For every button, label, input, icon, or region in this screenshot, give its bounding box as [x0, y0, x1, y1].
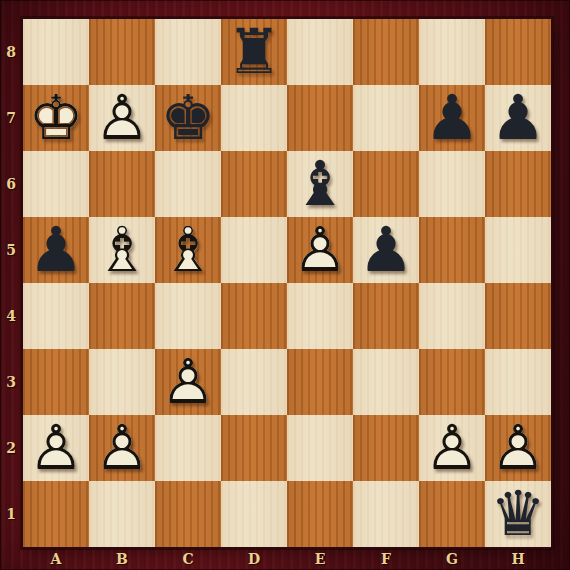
piece-white-pawn[interactable]: ♟♙: [155, 349, 221, 415]
file-label-f: F: [353, 549, 419, 569]
rank-label-7: 7: [0, 85, 22, 151]
square-e4[interactable]: [287, 283, 353, 349]
square-g2[interactable]: ♟♙: [419, 415, 485, 481]
rank-label-6: 6: [0, 151, 22, 217]
white-pawn-outline: ♙: [89, 85, 155, 151]
rank-label-1: 1: [0, 481, 22, 547]
square-h4[interactable]: [485, 283, 551, 349]
piece-black-queen[interactable]: ♛: [485, 481, 551, 547]
square-d2[interactable]: [221, 415, 287, 481]
square-e8[interactable]: [287, 19, 353, 85]
square-g3[interactable]: [419, 349, 485, 415]
square-b3[interactable]: [89, 349, 155, 415]
square-h2[interactable]: ♟♙: [485, 415, 551, 481]
piece-black-rook[interactable]: ♜: [221, 19, 287, 85]
square-d3[interactable]: [221, 349, 287, 415]
square-f1[interactable]: [353, 481, 419, 547]
square-h5[interactable]: [485, 217, 551, 283]
file-label-h: H: [485, 549, 551, 569]
piece-white-pawn[interactable]: ♟♙: [89, 85, 155, 151]
piece-white-king[interactable]: ♚♔: [23, 85, 89, 151]
black-rook-glyph: ♜: [221, 19, 287, 85]
square-b6[interactable]: [89, 151, 155, 217]
rank-label-5: 5: [0, 217, 22, 283]
square-e1[interactable]: [287, 481, 353, 547]
rank-label-2: 2: [0, 415, 22, 481]
file-label-c: C: [155, 549, 221, 569]
square-c8[interactable]: [155, 19, 221, 85]
white-bishop-outline: ♗: [89, 217, 155, 283]
square-g6[interactable]: [419, 151, 485, 217]
file-label-a: A: [23, 549, 89, 569]
square-e7[interactable]: [287, 85, 353, 151]
square-f2[interactable]: [353, 415, 419, 481]
piece-black-bishop[interactable]: ♝: [287, 151, 353, 217]
square-g5[interactable]: [419, 217, 485, 283]
white-pawn-outline: ♙: [419, 415, 485, 481]
square-c3[interactable]: ♟♙: [155, 349, 221, 415]
square-a2[interactable]: ♟♙: [23, 415, 89, 481]
piece-white-pawn[interactable]: ♟♙: [419, 415, 485, 481]
square-e6[interactable]: ♝: [287, 151, 353, 217]
black-pawn-glyph: ♟: [419, 85, 485, 151]
square-f4[interactable]: [353, 283, 419, 349]
black-pawn-glyph: ♟: [353, 217, 419, 283]
square-d1[interactable]: [221, 481, 287, 547]
piece-white-bishop[interactable]: ♝♗: [89, 217, 155, 283]
white-king-outline: ♔: [23, 85, 89, 151]
square-g1[interactable]: [419, 481, 485, 547]
square-d5[interactable]: [221, 217, 287, 283]
square-h1[interactable]: ♛: [485, 481, 551, 547]
square-a8[interactable]: [23, 19, 89, 85]
square-c7[interactable]: ♚: [155, 85, 221, 151]
square-b7[interactable]: ♟♙: [89, 85, 155, 151]
white-pawn-outline: ♙: [485, 415, 551, 481]
square-e5[interactable]: ♟♙: [287, 217, 353, 283]
square-c1[interactable]: [155, 481, 221, 547]
piece-white-pawn[interactable]: ♟♙: [23, 415, 89, 481]
rank-label-3: 3: [0, 349, 22, 415]
square-b5[interactable]: ♝♗: [89, 217, 155, 283]
square-f5[interactable]: ♟: [353, 217, 419, 283]
square-f8[interactable]: [353, 19, 419, 85]
square-d4[interactable]: [221, 283, 287, 349]
black-queen-glyph: ♛: [485, 481, 551, 547]
white-pawn-outline: ♙: [23, 415, 89, 481]
square-b1[interactable]: [89, 481, 155, 547]
piece-black-pawn[interactable]: ♟: [23, 217, 89, 283]
square-d6[interactable]: [221, 151, 287, 217]
piece-black-pawn[interactable]: ♟: [485, 85, 551, 151]
square-g7[interactable]: ♟: [419, 85, 485, 151]
square-a5[interactable]: ♟: [23, 217, 89, 283]
square-g4[interactable]: [419, 283, 485, 349]
square-c5[interactable]: ♝♗: [155, 217, 221, 283]
rank-label-8: 8: [0, 19, 22, 85]
white-pawn-outline: ♙: [287, 217, 353, 283]
rank-label-4: 4: [0, 283, 22, 349]
square-f6[interactable]: [353, 151, 419, 217]
square-a1[interactable]: [23, 481, 89, 547]
square-c2[interactable]: [155, 415, 221, 481]
chess-board-frame: ♜♚♔♟♙♚♟♟♝♟♝♗♝♗♟♙♟♟♙♟♙♟♙♟♙♟♙♛ 87654321 AB…: [0, 0, 570, 570]
piece-white-pawn[interactable]: ♟♙: [287, 217, 353, 283]
square-h6[interactable]: [485, 151, 551, 217]
square-h7[interactable]: ♟: [485, 85, 551, 151]
file-label-e: E: [287, 549, 353, 569]
square-b2[interactable]: ♟♙: [89, 415, 155, 481]
square-d7[interactable]: [221, 85, 287, 151]
white-pawn-outline: ♙: [89, 415, 155, 481]
black-pawn-glyph: ♟: [485, 85, 551, 151]
file-label-d: D: [221, 549, 287, 569]
square-a6[interactable]: [23, 151, 89, 217]
piece-white-pawn[interactable]: ♟♙: [485, 415, 551, 481]
square-c4[interactable]: [155, 283, 221, 349]
file-label-b: B: [89, 549, 155, 569]
black-bishop-glyph: ♝: [287, 151, 353, 217]
piece-white-bishop[interactable]: ♝♗: [155, 217, 221, 283]
piece-black-pawn[interactable]: ♟: [353, 217, 419, 283]
square-f7[interactable]: [353, 85, 419, 151]
board: ♜♚♔♟♙♚♟♟♝♟♝♗♝♗♟♙♟♟♙♟♙♟♙♟♙♟♙♛: [23, 19, 551, 547]
square-d8[interactable]: ♜: [221, 19, 287, 85]
piece-black-pawn[interactable]: ♟: [419, 85, 485, 151]
square-b4[interactable]: [89, 283, 155, 349]
piece-black-king[interactable]: ♚: [155, 85, 221, 151]
square-h3[interactable]: [485, 349, 551, 415]
square-b8[interactable]: [89, 19, 155, 85]
square-e3[interactable]: [287, 349, 353, 415]
square-c6[interactable]: [155, 151, 221, 217]
piece-white-pawn[interactable]: ♟♙: [89, 415, 155, 481]
white-pawn-outline: ♙: [155, 349, 221, 415]
square-a7[interactable]: ♚♔: [23, 85, 89, 151]
black-king-glyph: ♚: [155, 85, 221, 151]
square-a3[interactable]: [23, 349, 89, 415]
square-f3[interactable]: [353, 349, 419, 415]
square-e2[interactable]: [287, 415, 353, 481]
file-label-g: G: [419, 549, 485, 569]
black-pawn-glyph: ♟: [23, 217, 89, 283]
white-bishop-outline: ♗: [155, 217, 221, 283]
square-a4[interactable]: [23, 283, 89, 349]
square-h8[interactable]: [485, 19, 551, 85]
square-g8[interactable]: [419, 19, 485, 85]
